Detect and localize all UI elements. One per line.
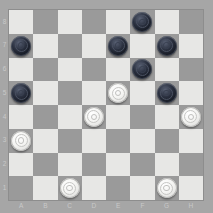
black-man-A7[interactable] [11,36,31,56]
black-man-F6[interactable] [132,59,152,79]
square-A8[interactable] [9,10,33,34]
column-labels: ABCDEFGH [9,200,203,213]
column-label-D: D [82,200,106,213]
white-man-H4[interactable] [181,107,201,127]
black-man-E7[interactable] [108,36,128,56]
square-D4[interactable] [82,105,106,129]
square-H3[interactable] [179,129,203,153]
square-A3[interactable] [9,129,33,153]
square-C5[interactable] [58,81,82,105]
square-G5[interactable] [155,81,179,105]
square-F8[interactable] [130,10,154,34]
column-label-A: A [9,200,33,213]
square-H1[interactable] [179,176,203,200]
square-E6[interactable] [106,58,130,82]
row-label-4: 4 [0,105,9,129]
square-G3[interactable] [155,129,179,153]
row-label-5: 5 [0,81,9,105]
square-B4[interactable] [33,105,57,129]
white-man-D4[interactable] [84,107,104,127]
square-A7[interactable] [9,34,33,58]
square-H4[interactable] [179,105,203,129]
checkers-app: 87654321 ABCDEFGH [0,0,213,213]
row-label-3: 3 [0,129,9,153]
black-man-F8[interactable] [132,12,152,32]
square-G2[interactable] [155,153,179,177]
square-C4[interactable] [58,105,82,129]
square-H2[interactable] [179,153,203,177]
column-label-F: F [130,200,154,213]
column-label-B: B [33,200,57,213]
square-C3[interactable] [58,129,82,153]
column-label-E: E [106,200,130,213]
square-E7[interactable] [106,34,130,58]
square-C8[interactable] [58,10,82,34]
square-B8[interactable] [33,10,57,34]
square-B5[interactable] [33,81,57,105]
square-A1[interactable] [9,176,33,200]
white-man-A3[interactable] [11,131,31,151]
square-E2[interactable] [106,153,130,177]
square-H7[interactable] [179,34,203,58]
square-A4[interactable] [9,105,33,129]
row-label-1: 1 [0,176,9,200]
square-D1[interactable] [82,176,106,200]
square-E3[interactable] [106,129,130,153]
column-label-C: C [58,200,82,213]
checkers-board[interactable] [9,10,203,200]
square-F2[interactable] [130,153,154,177]
square-D6[interactable] [82,58,106,82]
white-man-E5[interactable] [108,83,128,103]
square-A2[interactable] [9,153,33,177]
square-H6[interactable] [179,58,203,82]
row-label-6: 6 [0,58,9,82]
black-man-G7[interactable] [157,36,177,56]
square-C2[interactable] [58,153,82,177]
square-B7[interactable] [33,34,57,58]
square-F3[interactable] [130,129,154,153]
square-F6[interactable] [130,58,154,82]
white-man-G1[interactable] [157,178,177,198]
square-E1[interactable] [106,176,130,200]
square-D8[interactable] [82,10,106,34]
square-F7[interactable] [130,34,154,58]
square-D7[interactable] [82,34,106,58]
square-D3[interactable] [82,129,106,153]
square-B1[interactable] [33,176,57,200]
black-man-A5[interactable] [11,83,31,103]
square-F5[interactable] [130,81,154,105]
row-label-2: 2 [0,153,9,177]
square-A5[interactable] [9,81,33,105]
square-G4[interactable] [155,105,179,129]
square-B3[interactable] [33,129,57,153]
square-B2[interactable] [33,153,57,177]
black-man-G5[interactable] [157,83,177,103]
square-G7[interactable] [155,34,179,58]
column-label-H: H [179,200,203,213]
row-labels: 87654321 [0,10,9,200]
square-F1[interactable] [130,176,154,200]
square-G1[interactable] [155,176,179,200]
white-man-C1[interactable] [60,178,80,198]
square-E4[interactable] [106,105,130,129]
row-label-7: 7 [0,34,9,58]
square-C6[interactable] [58,58,82,82]
square-C1[interactable] [58,176,82,200]
square-E8[interactable] [106,10,130,34]
square-E5[interactable] [106,81,130,105]
square-A6[interactable] [9,58,33,82]
column-label-G: G [155,200,179,213]
square-H5[interactable] [179,81,203,105]
square-D2[interactable] [82,153,106,177]
square-G6[interactable] [155,58,179,82]
square-B6[interactable] [33,58,57,82]
row-label-8: 8 [0,10,9,34]
square-F4[interactable] [130,105,154,129]
square-D5[interactable] [82,81,106,105]
square-H8[interactable] [179,10,203,34]
square-C7[interactable] [58,34,82,58]
square-G8[interactable] [155,10,179,34]
